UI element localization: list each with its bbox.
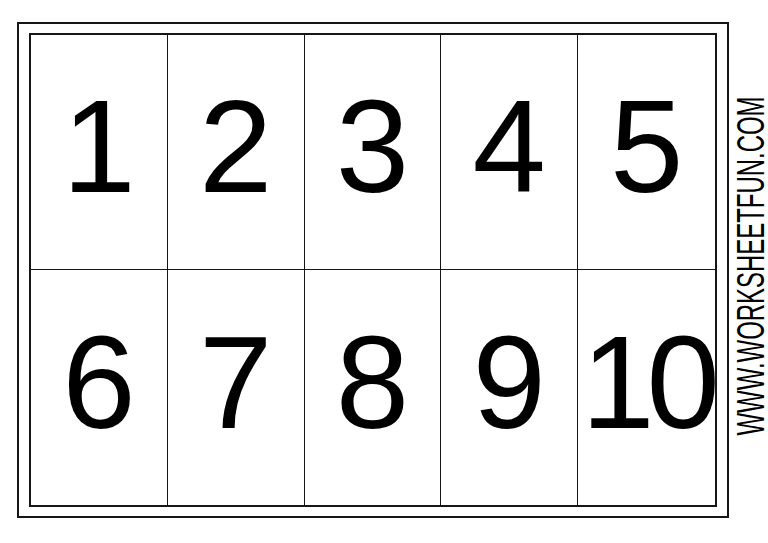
watermark-url: WWW.WORKSHEETFUN.COM [730,96,768,435]
number-cell-3: 3 [305,35,442,270]
number-cell-2: 2 [168,35,305,270]
number-cell-10: 10 [578,270,715,505]
number-cell-9: 9 [441,270,578,505]
number-cell-5: 5 [578,35,715,270]
number-cell-8: 8 [305,270,442,505]
number-cell-4: 4 [441,35,578,270]
number-cell-7: 7 [168,270,305,505]
number-cell-1: 1 [31,35,168,270]
number-grid: 1 2 3 4 5 6 7 8 9 10 [29,33,717,507]
worksheet-page: 1 2 3 4 5 6 7 8 9 10 WWW.WORKSHEETFUN.CO… [0,0,768,543]
number-cell-6: 6 [31,270,168,505]
